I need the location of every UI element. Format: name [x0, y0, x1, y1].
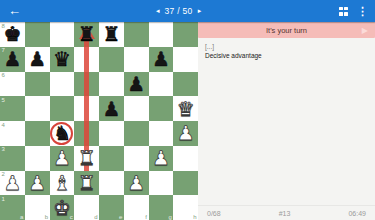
app-bar-actions: ⋮ [339, 0, 368, 22]
white-king-c1[interactable]: ♚ [50, 195, 75, 220]
analysis-text-block: [...] Decisive advantage [198, 38, 375, 59]
square-b3[interactable] [25, 146, 50, 171]
square-a1[interactable]: 1a [0, 195, 25, 220]
file-label: h [193, 214, 196, 220]
white-pawn-g3[interactable]: ♟ [149, 146, 174, 171]
square-e2[interactable] [99, 171, 124, 196]
black-rook-e8[interactable]: ♜ [99, 22, 124, 47]
white-rook-d3[interactable]: ♜ [74, 146, 99, 171]
square-c8[interactable] [50, 22, 75, 47]
square-f7[interactable] [124, 47, 149, 72]
puzzle-counter: 37 / 50 [165, 6, 193, 16]
square-h3[interactable] [173, 146, 198, 171]
score-counter: 0/68 [207, 210, 221, 217]
previous-puzzle-icon[interactable]: ◂ [156, 7, 160, 15]
square-b1[interactable]: b [25, 195, 50, 220]
square-f1[interactable]: f [124, 195, 149, 220]
elapsed-time: 06:49 [348, 210, 366, 217]
square-h6[interactable] [173, 72, 198, 97]
rank-label: 6 [2, 72, 5, 78]
square-f3[interactable] [124, 146, 149, 171]
app-bar: ← ◂ 37 / 50 ▸ ⋮ [0, 0, 375, 22]
file-label: b [45, 214, 48, 220]
black-rook-d8[interactable]: ♜ [74, 22, 99, 47]
black-queen-c7[interactable]: ♛ [50, 47, 75, 72]
rank-label: 3 [2, 146, 5, 152]
square-f4[interactable] [124, 121, 149, 146]
white-pawn-c3[interactable]: ♟ [50, 146, 75, 171]
square-b5[interactable] [25, 96, 50, 121]
square-e7[interactable] [99, 47, 124, 72]
file-label: g [168, 214, 171, 220]
chess-app-window: ← ◂ 37 / 50 ▸ ⋮ 87654321abcdefgh♚♜♜♟♟♛♟♟… [0, 0, 375, 220]
square-d1[interactable]: d [74, 195, 99, 220]
rank-label: 4 [2, 122, 5, 128]
info-panel: It's your turn ▶ [...] Decisive advantag… [198, 22, 375, 220]
square-a6[interactable]: 6 [0, 72, 25, 97]
square-b4[interactable] [25, 121, 50, 146]
square-h2[interactable] [173, 171, 198, 196]
square-h1[interactable]: h [173, 195, 198, 220]
black-pawn-g7[interactable]: ♟ [149, 47, 174, 72]
black-pawn-a7[interactable]: ♟ [0, 47, 25, 72]
puzzle-number: #13 [279, 210, 291, 217]
rank-label: 1 [2, 196, 5, 202]
white-pawn-a2[interactable]: ♟ [0, 171, 25, 196]
square-f8[interactable] [124, 22, 149, 47]
black-pawn-f6[interactable]: ♟ [124, 72, 149, 97]
evaluation-label: Decisive advantage [205, 52, 368, 59]
file-label: d [94, 214, 97, 220]
file-label: a [20, 214, 23, 220]
square-b8[interactable] [25, 22, 50, 47]
square-h8[interactable] [173, 22, 198, 47]
square-g1[interactable]: g [149, 195, 174, 220]
square-e4[interactable] [99, 121, 124, 146]
overflow-menu-icon[interactable]: ⋮ [357, 0, 368, 22]
white-pawn-b2[interactable]: ♟ [25, 171, 50, 196]
puzzle-navigation: ◂ 37 / 50 ▸ [156, 0, 201, 22]
square-h7[interactable] [173, 47, 198, 72]
square-f5[interactable] [124, 96, 149, 121]
rank-label: 5 [2, 97, 5, 103]
square-g5[interactable] [149, 96, 174, 121]
main-content: 87654321abcdefgh♚♜♜♟♟♛♟♟♟♛♞♟♟♜♟♟♟♝♜♟♚ It… [0, 22, 375, 220]
square-c5[interactable] [50, 96, 75, 121]
square-a3[interactable]: 3 [0, 146, 25, 171]
square-g8[interactable] [149, 22, 174, 47]
square-g6[interactable] [149, 72, 174, 97]
back-icon[interactable]: ← [8, 0, 21, 22]
square-b6[interactable] [25, 72, 50, 97]
square-e3[interactable] [99, 146, 124, 171]
chess-board[interactable]: 87654321abcdefgh♚♜♜♟♟♛♟♟♟♛♞♟♟♜♟♟♟♝♜♟♚ [0, 22, 198, 220]
square-e6[interactable] [99, 72, 124, 97]
square-a5[interactable]: 5 [0, 96, 25, 121]
moves-placeholder: [...] [205, 43, 368, 50]
black-pawn-b7[interactable]: ♟ [25, 47, 50, 72]
file-label: f [145, 214, 147, 220]
turn-banner[interactable]: It's your turn ▶ [198, 22, 375, 38]
white-rook-d2[interactable]: ♜ [74, 171, 99, 196]
turn-banner-label: It's your turn [266, 26, 307, 35]
black-king-a8[interactable]: ♚ [0, 22, 25, 47]
status-footer: 0/68 #13 06:49 [198, 205, 375, 220]
square-c6[interactable] [50, 72, 75, 97]
square-a4[interactable]: 4 [0, 121, 25, 146]
play-icon[interactable]: ▶ [362, 26, 368, 35]
square-g4[interactable] [149, 121, 174, 146]
square-g2[interactable] [149, 171, 174, 196]
file-label: e [119, 214, 122, 220]
square-e1[interactable]: e [99, 195, 124, 220]
white-bishop-c2[interactable]: ♝ [50, 171, 75, 196]
black-pawn-e5[interactable]: ♟ [99, 96, 124, 121]
white-pawn-h4[interactable]: ♟ [173, 121, 198, 146]
white-pawn-f2[interactable]: ♟ [124, 171, 149, 196]
white-queen-h5[interactable]: ♛ [173, 96, 198, 121]
next-puzzle-icon[interactable]: ▸ [198, 7, 202, 15]
grid-view-icon[interactable] [339, 7, 348, 16]
